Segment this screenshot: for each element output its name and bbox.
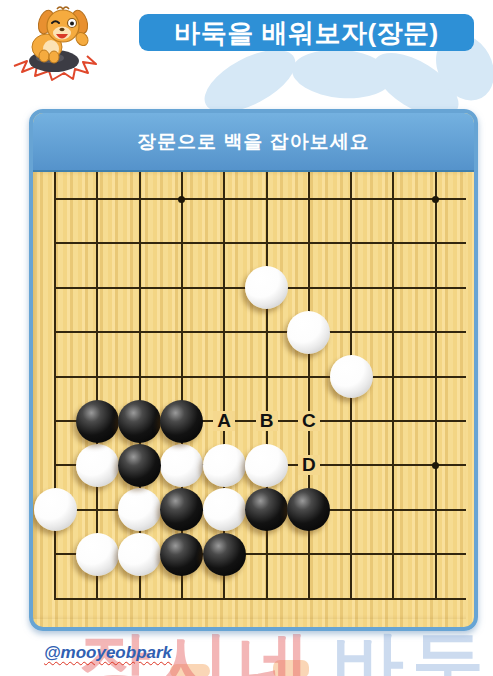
stone-black [118,400,161,443]
star-point [432,196,439,203]
grid-line-vertical [54,172,56,600]
move-label-C[interactable]: C [298,411,320,431]
go-board: ABCD [33,172,466,619]
star-point [432,462,439,469]
watermark-blue-text: 바둑 [332,624,492,676]
grid-line-horizontal [54,331,466,333]
move-label-B[interactable]: B [256,411,278,431]
puppy-mascot-icon [6,2,118,82]
stone-white [287,311,330,354]
page-title: 바둑을 배워보자(장문) [139,14,474,51]
stone-black [76,400,119,443]
grid-line-horizontal [54,198,466,200]
stone-white [330,355,373,398]
grid-line-vertical [392,172,394,600]
stone-white [203,488,246,531]
stone-white [34,488,77,531]
star-point [178,196,185,203]
grid-line-vertical [266,172,268,600]
stone-white [118,488,161,531]
author-handle-link[interactable]: @mooyeobpark [44,643,172,663]
stone-black [160,488,203,531]
stone-black [160,533,203,576]
grid-line-horizontal [54,242,466,244]
stone-white [245,444,288,487]
grid-line-horizontal [54,598,466,600]
move-label-A[interactable]: A [213,411,235,431]
stone-black [160,400,203,443]
grid-line-vertical [435,172,437,600]
stone-white [118,533,161,576]
stone-white [76,444,119,487]
problem-subtitle: 장문으로 백을 잡아보세요 [33,113,474,172]
grid-line-vertical [308,172,310,600]
stone-white [245,266,288,309]
stone-black [118,444,161,487]
stone-black [287,488,330,531]
stone-white [76,533,119,576]
stone-white [160,444,203,487]
stone-black [245,488,288,531]
stone-black [203,533,246,576]
problem-panel: 장문으로 백을 잡아보세요 ABCD [29,109,478,631]
stone-white [203,444,246,487]
move-label-D[interactable]: D [298,455,320,475]
grid-line-horizontal [54,376,466,378]
